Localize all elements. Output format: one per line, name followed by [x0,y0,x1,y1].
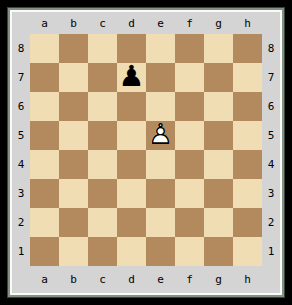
file-label-bottom-e: e [146,266,175,293]
rank-label-right-6: 6 [262,92,280,121]
square-b3[interactable] [59,179,88,208]
square-e2[interactable] [146,208,175,237]
square-h2[interactable] [233,208,262,237]
square-d6[interactable] [117,92,146,121]
square-g6[interactable] [204,92,233,121]
corner-top-left [12,12,30,34]
file-label-bottom-g: g [204,266,233,293]
square-g2[interactable] [204,208,233,237]
square-b1[interactable] [59,237,88,266]
rank-label-right-4: 4 [262,150,280,179]
file-label-bottom-a: a [30,266,59,293]
file-label-top-c: c [88,12,117,34]
file-label-bottom-b: b [59,266,88,293]
square-c3[interactable] [88,179,117,208]
rank-label-left-5: 5 [12,121,30,150]
square-e1[interactable] [146,237,175,266]
square-g4[interactable] [204,150,233,179]
square-h8[interactable] [233,34,262,63]
square-g5[interactable] [204,121,233,150]
chess-board: abcdefgh887♟7665♟♙544332211abcdefgh [12,12,280,293]
corner-bottom-right [262,266,280,293]
square-h5[interactable] [233,121,262,150]
square-d1[interactable] [117,237,146,266]
square-b2[interactable] [59,208,88,237]
square-f2[interactable] [175,208,204,237]
rank-label-left-2: 2 [12,208,30,237]
square-b6[interactable] [59,92,88,121]
file-label-bottom-h: h [233,266,262,293]
square-c2[interactable] [88,208,117,237]
square-e5[interactable]: ♟♙ [146,121,175,150]
square-c8[interactable] [88,34,117,63]
square-e7[interactable] [146,63,175,92]
square-g3[interactable] [204,179,233,208]
square-b7[interactable] [59,63,88,92]
square-f8[interactable] [175,34,204,63]
rank-label-right-1: 1 [262,237,280,266]
square-h6[interactable] [233,92,262,121]
file-label-top-g: g [204,12,233,34]
square-f7[interactable] [175,63,204,92]
square-c7[interactable] [88,63,117,92]
file-label-bottom-c: c [88,266,117,293]
chess-app-window: abcdefgh887♟7665♟♙544332211abcdefgh [0,0,292,305]
square-c4[interactable] [88,150,117,179]
rank-label-left-7: 7 [12,63,30,92]
file-label-top-e: e [146,12,175,34]
square-a1[interactable] [30,237,59,266]
square-e4[interactable] [146,150,175,179]
square-h3[interactable] [233,179,262,208]
square-h7[interactable] [233,63,262,92]
white-piece-outline-glyph: ♙ [146,120,175,149]
square-h4[interactable] [233,150,262,179]
square-g1[interactable] [204,237,233,266]
black-pawn-d7[interactable]: ♟ [117,63,146,92]
file-label-top-b: b [59,12,88,34]
black-piece-glyph: ♟ [117,62,146,91]
rank-label-right-7: 7 [262,63,280,92]
square-d2[interactable] [117,208,146,237]
square-b5[interactable] [59,121,88,150]
rank-label-right-8: 8 [262,34,280,63]
square-g7[interactable] [204,63,233,92]
square-d7[interactable]: ♟ [117,63,146,92]
board-frame: abcdefgh887♟7665♟♙544332211abcdefgh [8,8,284,297]
white-pawn-e5[interactable]: ♟♙ [146,121,175,150]
corner-top-right [262,12,280,34]
square-f4[interactable] [175,150,204,179]
square-a3[interactable] [30,179,59,208]
square-f6[interactable] [175,92,204,121]
square-c5[interactable] [88,121,117,150]
square-a5[interactable] [30,121,59,150]
file-label-bottom-f: f [175,266,204,293]
square-b8[interactable] [59,34,88,63]
square-a7[interactable] [30,63,59,92]
rank-label-left-4: 4 [12,150,30,179]
file-label-top-f: f [175,12,204,34]
square-c1[interactable] [88,237,117,266]
file-label-top-h: h [233,12,262,34]
rank-label-right-3: 3 [262,179,280,208]
square-c6[interactable] [88,92,117,121]
square-f1[interactable] [175,237,204,266]
square-a2[interactable] [30,208,59,237]
rank-label-right-5: 5 [262,121,280,150]
file-label-top-a: a [30,12,59,34]
rank-label-left-6: 6 [12,92,30,121]
file-label-top-d: d [117,12,146,34]
rank-label-right-2: 2 [262,208,280,237]
corner-bottom-left [12,266,30,293]
file-label-bottom-d: d [117,266,146,293]
square-e3[interactable] [146,179,175,208]
square-a6[interactable] [30,92,59,121]
square-b4[interactable] [59,150,88,179]
square-f5[interactable] [175,121,204,150]
square-e8[interactable] [146,34,175,63]
rank-label-left-8: 8 [12,34,30,63]
square-f3[interactable] [175,179,204,208]
square-d5[interactable] [117,121,146,150]
square-d4[interactable] [117,150,146,179]
rank-label-left-1: 1 [12,237,30,266]
square-a4[interactable] [30,150,59,179]
square-g8[interactable] [204,34,233,63]
square-a8[interactable] [30,34,59,63]
rank-label-left-3: 3 [12,179,30,208]
square-d3[interactable] [117,179,146,208]
board-frame-inner: abcdefgh887♟7665♟♙544332211abcdefgh [10,10,282,295]
square-h1[interactable] [233,237,262,266]
